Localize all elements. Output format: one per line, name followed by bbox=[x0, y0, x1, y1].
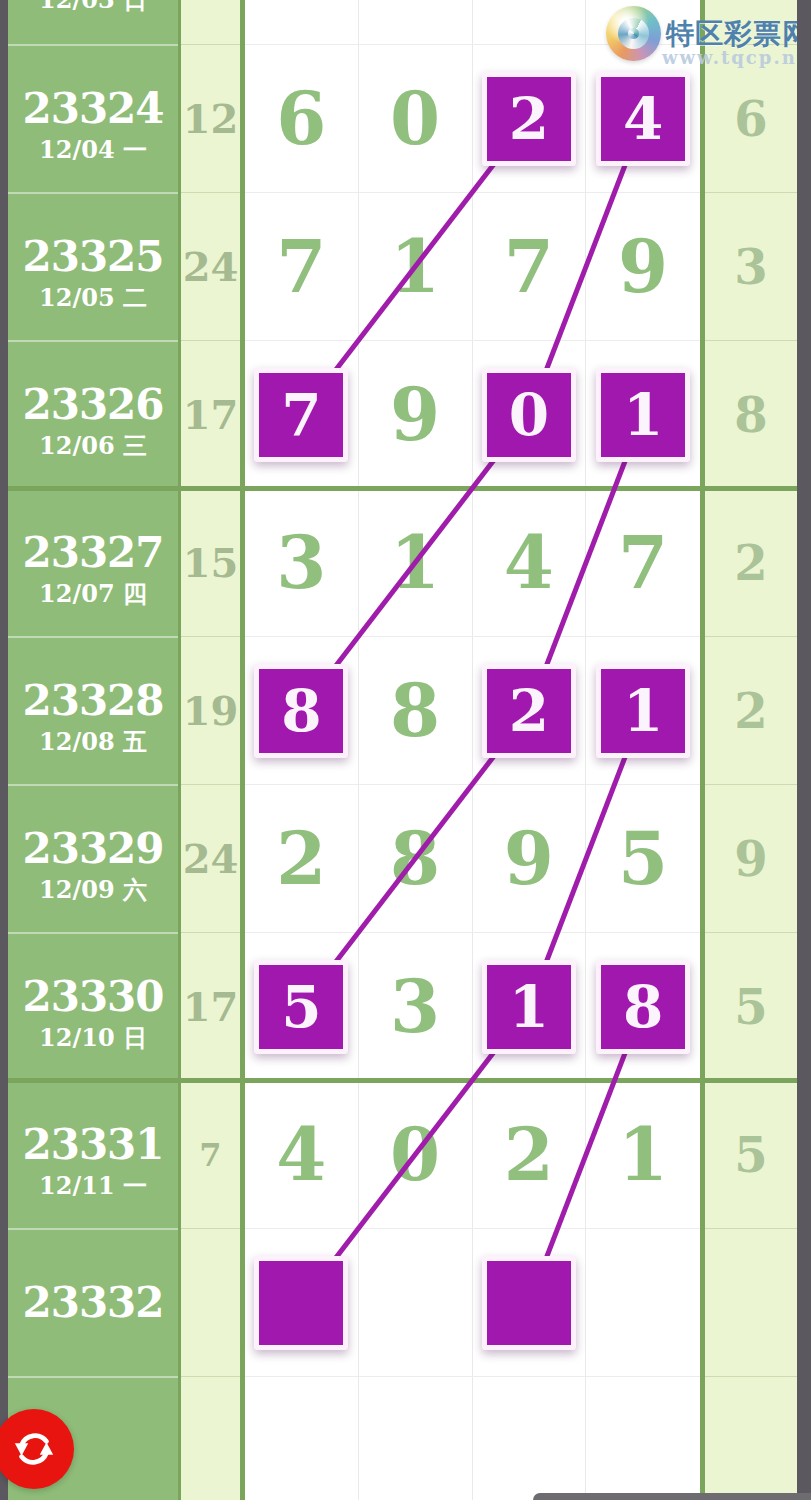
miss-digit: 6 bbox=[276, 83, 326, 155]
miss-digit: 5 bbox=[618, 823, 668, 895]
group-separator bbox=[8, 1078, 797, 1083]
tail-digit-cell: 9 bbox=[705, 784, 797, 932]
sum-count-cell: 17 bbox=[181, 340, 240, 488]
sum-count-cell: 7 bbox=[181, 1080, 240, 1228]
draw-date: 12/06 三 bbox=[8, 432, 178, 461]
hit-digit: 5 bbox=[281, 978, 321, 1036]
miss-digit: 7 bbox=[618, 527, 668, 599]
draw-number: 23324 bbox=[8, 86, 178, 132]
sum-count: 17 bbox=[183, 391, 239, 438]
sum-count-cell: 24 bbox=[181, 192, 240, 340]
hit-digit-box: 2 bbox=[482, 664, 576, 758]
miss-digit: 2 bbox=[504, 1119, 554, 1191]
sum-count: 19 bbox=[183, 687, 239, 734]
sum-count-cell: 17 bbox=[181, 932, 240, 1080]
draw-number: 23326 bbox=[8, 382, 178, 428]
hit-digit: 0 bbox=[509, 386, 549, 444]
digit-cell: 1 bbox=[359, 488, 473, 636]
digit-cell: 8 bbox=[359, 784, 473, 932]
tail-digit: 6 bbox=[734, 95, 767, 143]
draw-date: 12/11 一 bbox=[8, 1172, 178, 1201]
hit-digit: 1 bbox=[623, 682, 663, 740]
digit-cell: 2 bbox=[473, 44, 587, 192]
hit-digit: 1 bbox=[509, 978, 549, 1036]
hit-digit-box: 1 bbox=[482, 960, 576, 1054]
hit-digit: 4 bbox=[623, 90, 663, 148]
horizontal-scrollbar[interactable] bbox=[533, 1493, 811, 1500]
draw-number: 23325 bbox=[8, 234, 178, 280]
miss-digit: 7 bbox=[504, 231, 554, 303]
draw-label-cell: 23332 bbox=[8, 1228, 178, 1376]
sum-count: 15 bbox=[183, 539, 239, 586]
hit-digit: 2 bbox=[509, 682, 549, 740]
draw-number: 23327 bbox=[8, 530, 178, 576]
sum-count-cell: 19 bbox=[181, 636, 240, 784]
hit-digit-box: 4 bbox=[596, 72, 690, 166]
draw-row-23329: 2332912/09 六2428959 bbox=[8, 784, 797, 932]
sum-count: 12 bbox=[183, 95, 239, 142]
draw-date: 12/04 一 bbox=[8, 136, 178, 165]
tail-digit: 3 bbox=[734, 243, 767, 291]
draw-number: 23329 bbox=[8, 826, 178, 872]
hit-digit-box: 1 bbox=[596, 368, 690, 462]
digit-cell bbox=[586, 1228, 700, 1376]
digit-cell: 2 bbox=[473, 636, 587, 784]
sum-count: 24 bbox=[183, 243, 239, 290]
hit-digit-box bbox=[254, 1256, 348, 1350]
digit-cell: 7 bbox=[586, 488, 700, 636]
draw-number: 23330 bbox=[8, 974, 178, 1020]
miss-digit: 3 bbox=[276, 527, 326, 599]
tail-digit-cell: 3 bbox=[705, 192, 797, 340]
digit-cell: 9 bbox=[473, 784, 587, 932]
hit-digit: 2 bbox=[509, 90, 549, 148]
sum-count: 7 bbox=[199, 1136, 221, 1174]
tail-digit-cell: 8 bbox=[705, 340, 797, 488]
digit-cell: 2 bbox=[245, 784, 359, 932]
logo-swirl-icon bbox=[606, 6, 661, 61]
miss-digit: 7 bbox=[276, 231, 326, 303]
draw-label-cell: 2332812/08 五 bbox=[8, 636, 178, 784]
miss-digit: 4 bbox=[504, 527, 554, 599]
miss-digit: 3 bbox=[390, 971, 440, 1043]
draw-label-cell: 2332912/09 六 bbox=[8, 784, 178, 932]
refresh-icon bbox=[11, 1426, 57, 1472]
sum-count-cell: 12 bbox=[181, 44, 240, 192]
digit-cell: 3 bbox=[359, 932, 473, 1080]
miss-digit: 2 bbox=[276, 823, 326, 895]
miss-digit: 0 bbox=[390, 83, 440, 155]
draw-date: 12/10 日 bbox=[8, 1024, 178, 1053]
screen-edge-left bbox=[0, 0, 8, 1500]
digit-cell bbox=[586, 1376, 700, 1500]
digit-cell: 0 bbox=[359, 44, 473, 192]
miss-digit: 8 bbox=[390, 675, 440, 747]
group-separator bbox=[8, 486, 797, 491]
miss-digit: 9 bbox=[618, 231, 668, 303]
draw-row-23326: 2332612/06 三1779018 bbox=[8, 340, 797, 488]
digit-cell bbox=[245, 0, 359, 44]
sum-count-cell bbox=[181, 0, 240, 44]
tail-digit-cell bbox=[705, 1228, 797, 1376]
sum-count-cell: 24 bbox=[181, 784, 240, 932]
digit-cell: 7 bbox=[245, 192, 359, 340]
digit-cell: 9 bbox=[359, 340, 473, 488]
tail-digit: 2 bbox=[734, 687, 767, 735]
digit-cell: 1 bbox=[586, 1080, 700, 1228]
digit-cell: 1 bbox=[586, 340, 700, 488]
digit-cell: 4 bbox=[473, 488, 587, 636]
digit-cell: 7 bbox=[473, 192, 587, 340]
hit-digit-box: 8 bbox=[596, 960, 690, 1054]
draw-label-cell: 2332512/05 二 bbox=[8, 192, 178, 340]
miss-digit: 9 bbox=[390, 379, 440, 451]
draw-date: 12/09 六 bbox=[8, 876, 178, 905]
logo-site-url: www.tqcp.net bbox=[662, 47, 811, 68]
draw-label-cell: 2332612/06 三 bbox=[8, 340, 178, 488]
digit-cell: 9 bbox=[586, 192, 700, 340]
miss-digit: 1 bbox=[390, 527, 440, 599]
hit-digit-box: 2 bbox=[482, 72, 576, 166]
tail-digit: 5 bbox=[734, 983, 767, 1031]
draw-number: 23332 bbox=[8, 1280, 178, 1326]
digit-cell: 2 bbox=[473, 1080, 587, 1228]
hit-digit-box: 0 bbox=[482, 368, 576, 462]
digit-cell: 8 bbox=[245, 636, 359, 784]
draw-label-cell: 2333012/10 日 bbox=[8, 932, 178, 1080]
tail-digit-cell: 5 bbox=[705, 932, 797, 1080]
digit-cell: 1 bbox=[359, 192, 473, 340]
hit-digit-box: 7 bbox=[254, 368, 348, 462]
sum-count-cell: 15 bbox=[181, 488, 240, 636]
digit-cell bbox=[473, 0, 587, 44]
digit-cell bbox=[473, 1376, 587, 1500]
hit-digit: 8 bbox=[281, 682, 321, 740]
draw-row-23331: 2333112/11 一740215 bbox=[8, 1080, 797, 1228]
digit-cell: 1 bbox=[473, 932, 587, 1080]
miss-digit: 8 bbox=[390, 823, 440, 895]
digit-cell: 1 bbox=[586, 636, 700, 784]
tail-digit-cell: 2 bbox=[705, 488, 797, 636]
draw-date: 12/07 四 bbox=[8, 580, 178, 609]
draw-number: 23328 bbox=[8, 678, 178, 724]
tail-digit-cell: 5 bbox=[705, 1080, 797, 1228]
tail-digit-cell: 2 bbox=[705, 636, 797, 784]
draw-label-cell: 2332712/07 四 bbox=[8, 488, 178, 636]
digit-cell: 3 bbox=[245, 488, 359, 636]
lottery-trend-chart: 12/03 日2332412/04 一12602462332512/05 二24… bbox=[0, 0, 811, 1500]
draw-row-23330: 2333012/10 日1753185 bbox=[8, 932, 797, 1080]
draw-label-cell: 2333112/11 一 bbox=[8, 1080, 178, 1228]
digit-cell: 5 bbox=[586, 784, 700, 932]
digit-cell: 8 bbox=[586, 932, 700, 1080]
digit-cell bbox=[245, 1376, 359, 1500]
tail-digit: 2 bbox=[734, 539, 767, 587]
digit-cell: 0 bbox=[359, 1080, 473, 1228]
digit-cell: 0 bbox=[473, 340, 587, 488]
draw-label-cell: 12/03 日 bbox=[8, 0, 178, 44]
digit-cell bbox=[359, 1228, 473, 1376]
tail-digit: 5 bbox=[734, 1131, 767, 1179]
sum-count-cell bbox=[181, 1228, 240, 1376]
sum-count: 17 bbox=[183, 983, 239, 1030]
draw-row-next-area bbox=[8, 1376, 797, 1500]
draw-label-cell: 2332412/04 一 bbox=[8, 44, 178, 192]
tail-digit-cell bbox=[705, 1376, 797, 1500]
draw-date: 12/03 日 bbox=[8, 0, 178, 15]
draw-row-23325: 2332512/05 二2471793 bbox=[8, 192, 797, 340]
draw-row-23328: 2332812/08 五1988212 bbox=[8, 636, 797, 784]
digit-cell: 6 bbox=[245, 44, 359, 192]
miss-digit: 0 bbox=[390, 1119, 440, 1191]
tail-digit: 8 bbox=[734, 391, 767, 439]
digit-cell: 4 bbox=[245, 1080, 359, 1228]
digit-cell: 7 bbox=[245, 340, 359, 488]
digit-cell bbox=[473, 1228, 587, 1376]
draw-row-23332: 23332 bbox=[8, 1228, 797, 1376]
hit-digit-box: 1 bbox=[596, 664, 690, 758]
digit-cell: 5 bbox=[245, 932, 359, 1080]
miss-digit: 4 bbox=[276, 1119, 326, 1191]
screen-edge-right bbox=[797, 0, 811, 1500]
miss-digit: 9 bbox=[504, 823, 554, 895]
digit-cell bbox=[359, 0, 473, 44]
digit-cell bbox=[245, 1228, 359, 1376]
hit-digit: 8 bbox=[623, 978, 663, 1036]
draw-date: 12/05 二 bbox=[8, 284, 178, 313]
sum-count-cell bbox=[181, 1376, 240, 1500]
digit-cell: 8 bbox=[359, 636, 473, 784]
hit-digit-box: 8 bbox=[254, 664, 348, 758]
digit-cell bbox=[359, 1376, 473, 1500]
hit-digit: 1 bbox=[623, 386, 663, 444]
miss-digit: 1 bbox=[390, 231, 440, 303]
miss-digit: 1 bbox=[618, 1119, 668, 1191]
draw-date: 12/08 五 bbox=[8, 728, 178, 757]
hit-digit-box: 5 bbox=[254, 960, 348, 1054]
sum-count: 24 bbox=[183, 835, 239, 882]
tail-digit: 9 bbox=[734, 835, 767, 883]
draw-row-23327: 2332712/07 四1531472 bbox=[8, 488, 797, 636]
hit-digit: 7 bbox=[281, 386, 321, 444]
draw-number: 23331 bbox=[8, 1122, 178, 1168]
hit-digit-box bbox=[482, 1256, 576, 1350]
